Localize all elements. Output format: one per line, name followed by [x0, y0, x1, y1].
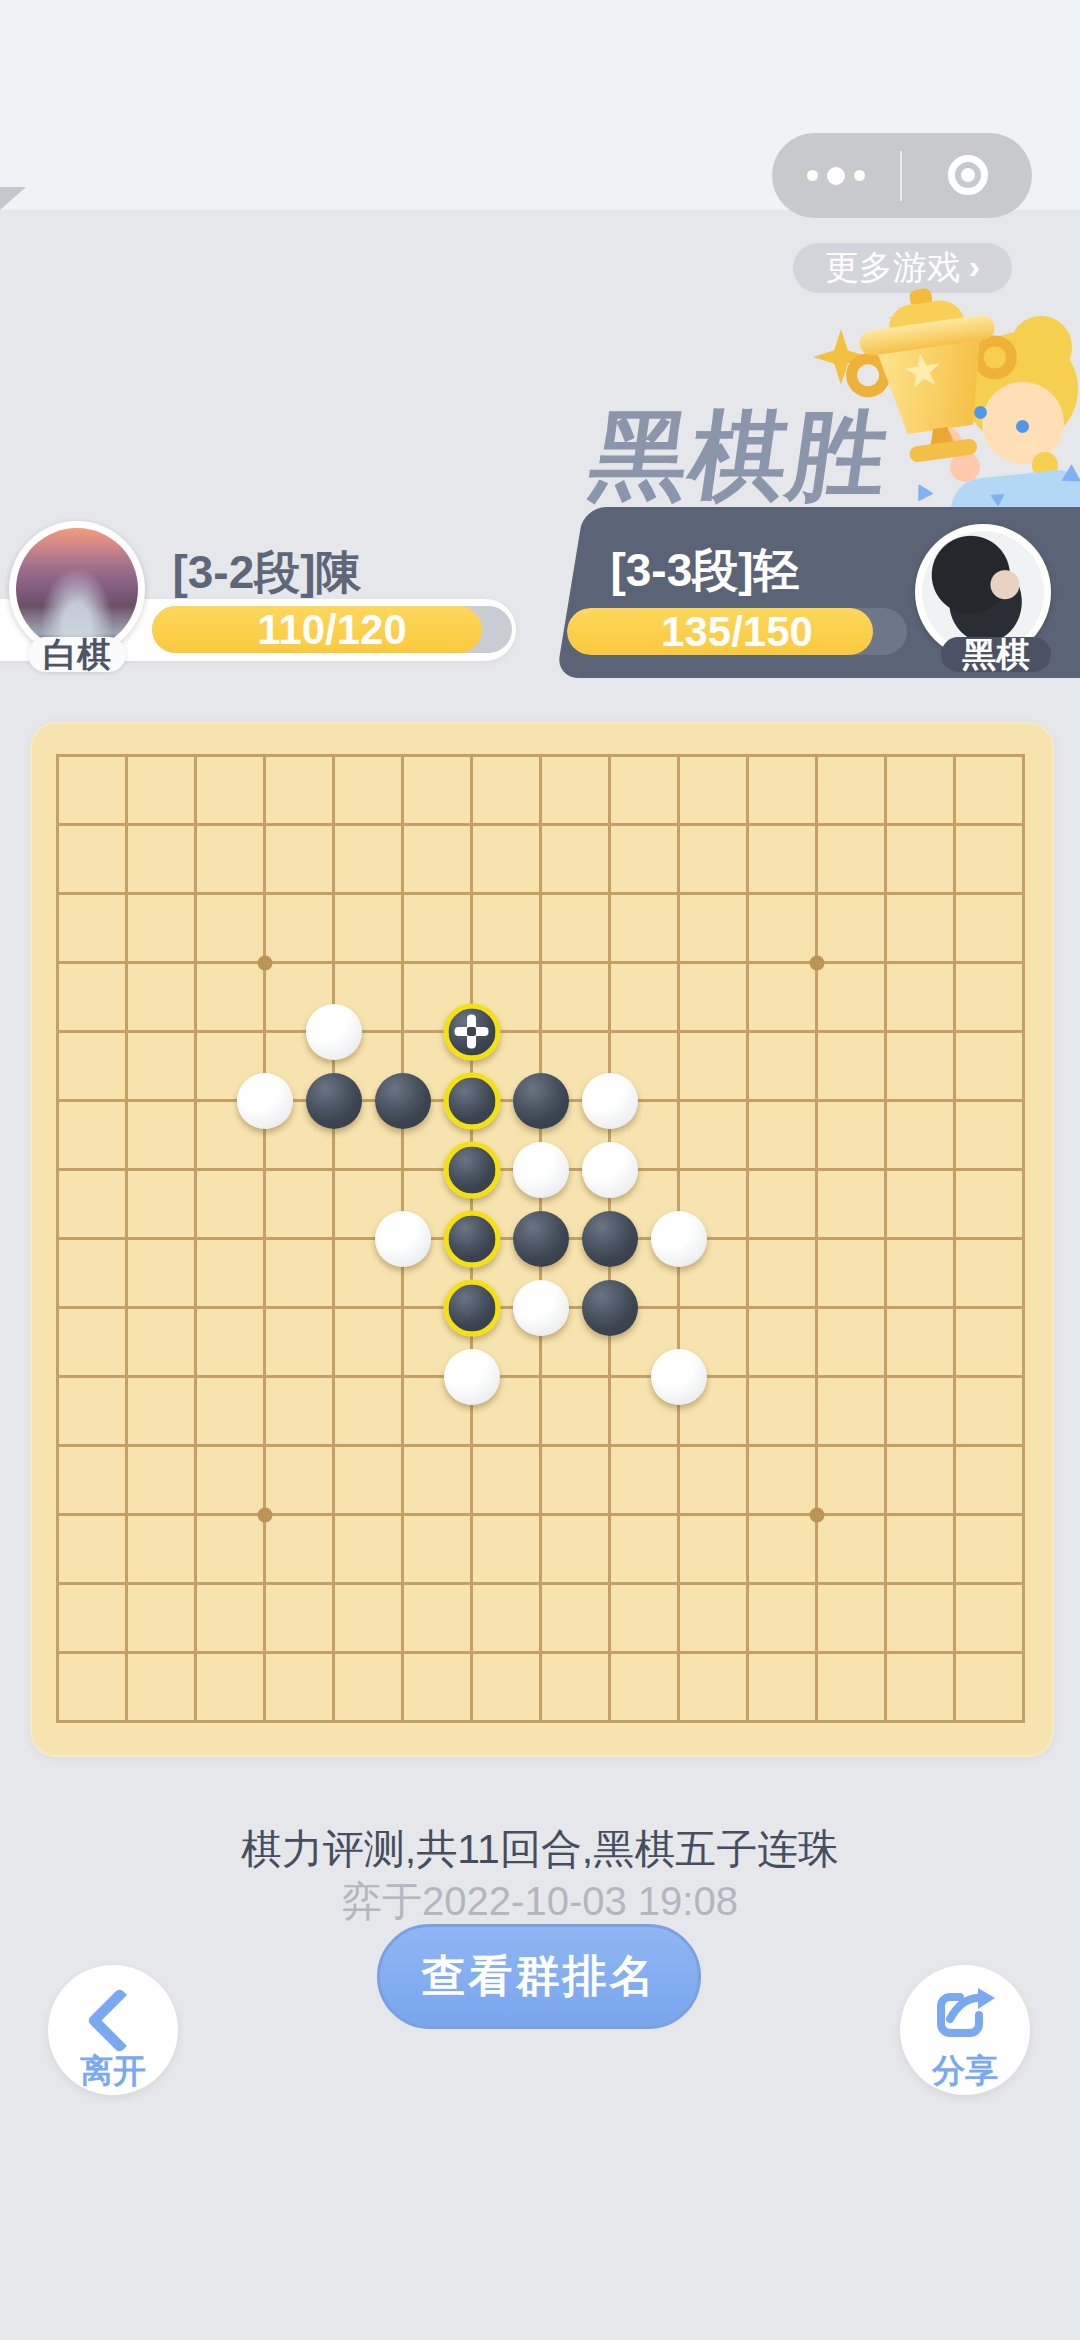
stone-black-winning [443, 1072, 500, 1129]
stone-white [513, 1280, 569, 1336]
stone-white [237, 1073, 293, 1129]
result-title: 黑棋胜 [546, 392, 934, 523]
stone-black [582, 1211, 638, 1267]
stone-black [513, 1211, 569, 1267]
leave-label: 离开 [48, 2049, 178, 2094]
stone-black [582, 1280, 638, 1336]
stone-white [444, 1349, 500, 1405]
share-button[interactable]: 分享 [900, 1965, 1030, 2095]
more-games-label: 更多游戏 [825, 245, 961, 291]
stone-black [375, 1073, 431, 1129]
gomoku-result-screen: { "game": "gomoku (五子棋 five-in-a-row), 1… [0, 0, 1080, 2340]
last-move-marker [467, 1027, 476, 1036]
white-progress-bar: 110/120 [152, 606, 512, 653]
stone-black-winning [443, 1141, 500, 1198]
stone-white [513, 1142, 569, 1198]
black-score: 135/150 [567, 608, 907, 655]
capsule-divider [900, 151, 902, 201]
stone-black-winning-last-move [443, 1003, 500, 1060]
star-point [257, 955, 272, 970]
minigame-capsule [772, 133, 1032, 218]
stone-white [306, 1004, 362, 1060]
white-side-label: 白棋 [28, 637, 126, 672]
more-dots-icon[interactable] [772, 133, 900, 218]
fold-corner-decoration [0, 187, 26, 210]
black-player-name: [3-3段]轻 [555, 540, 855, 602]
stone-white [651, 1349, 707, 1405]
group-rank-button[interactable]: 查看群排名 [377, 1924, 701, 2029]
stone-white [582, 1073, 638, 1129]
board-grid[interactable] [56, 754, 1025, 1723]
stone-white [582, 1142, 638, 1198]
back-chevron-icon [86, 1987, 152, 2053]
white-player-name: [3-2段]陳 [117, 542, 417, 604]
stone-black-winning [443, 1279, 500, 1336]
stone-black [513, 1073, 569, 1129]
star-point [809, 1507, 824, 1522]
black-side-label: 黑棋 [941, 637, 1051, 672]
more-games-button[interactable]: 更多游戏 › [793, 243, 1012, 293]
game-summary: 棋力评测,共11回合,黑棋五子连珠 [0, 1822, 1080, 1877]
stone-white [651, 1211, 707, 1267]
chevron-right-icon: › [969, 247, 980, 286]
share-icon [934, 1985, 998, 2041]
star-point [257, 1507, 272, 1522]
black-progress-bar: 135/150 [567, 608, 907, 655]
record-target-icon[interactable] [948, 155, 988, 195]
share-label: 分享 [900, 2049, 1030, 2094]
stone-white [375, 1211, 431, 1267]
white-score: 110/120 [152, 606, 512, 653]
played-at-timestamp: 弈于2022-10-03 19:08 [0, 1874, 1080, 1929]
star-point [809, 955, 824, 970]
leave-button[interactable]: 离开 [48, 1965, 178, 2095]
stone-black [306, 1073, 362, 1129]
stone-black-winning [443, 1210, 500, 1267]
board-panel [30, 722, 1054, 1757]
